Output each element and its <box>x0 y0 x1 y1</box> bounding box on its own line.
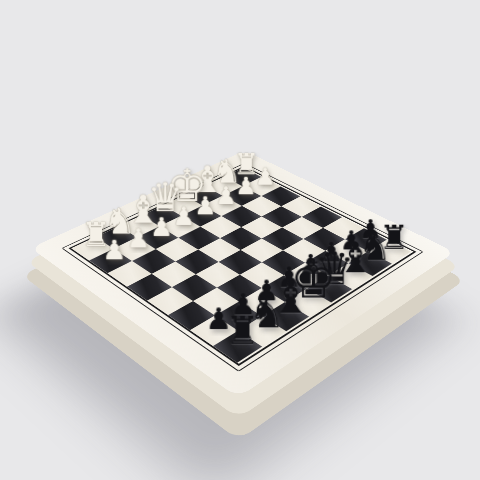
square-a5 <box>302 207 342 228</box>
checkerboard: ♜♞♝♛♚♝♞♜♟♟♟♟♟♟♟♟♟♟♟♟♟♟♟♟♜♞♝♚♛♝♞♜ <box>71 168 410 363</box>
photo-scene: ♜♞♝♛♚♝♞♜♟♟♟♟♟♟♟♟♟♟♟♟♟♟♟♟♜♞♝♚♛♝♞♜ <box>0 0 480 480</box>
chess-board: ♜♞♝♛♚♝♞♜♟♟♟♟♟♟♟♟♟♟♟♟♟♟♟♟♜♞♝♚♛♝♞♜ <box>31 151 455 398</box>
board-border-inner-line: ♜♞♝♛♚♝♞♜♟♟♟♟♟♟♟♟♟♟♟♟♟♟♟♟♜♞♝♚♛♝♞♜ <box>69 166 417 366</box>
square-e6 <box>240 262 284 288</box>
black-rook: ♜ <box>373 221 415 254</box>
white-rook: ♜ <box>75 218 117 251</box>
white-rook: ♜ <box>228 150 265 179</box>
board-border-outer-line: ♜♞♝♛♚♝♞♜♟♟♟♟♟♟♟♟♟♟♟♟♟♟♟♟♜♞♝♚♛♝♞♜ <box>62 163 424 372</box>
board-frame: ♜♞♝♛♚♝♞♜♟♟♟♟♟♟♟♟♟♟♟♟♟♟♟♟♜♞♝♚♛♝♞♜ <box>31 151 455 398</box>
